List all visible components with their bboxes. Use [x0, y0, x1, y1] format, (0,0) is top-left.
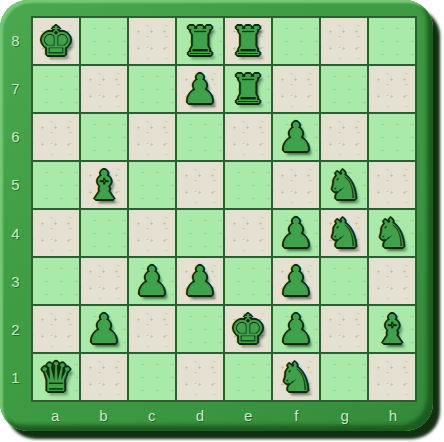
- square-g8[interactable]: [321, 18, 367, 64]
- square-e5[interactable]: [225, 162, 271, 208]
- piece-king-a8[interactable]: ♚: [38, 18, 74, 64]
- square-b3[interactable]: [81, 258, 127, 304]
- square-h3[interactable]: [369, 258, 415, 304]
- square-f2[interactable]: ♟: [273, 306, 319, 352]
- piece-knight-g5[interactable]: ♞: [326, 162, 362, 208]
- piece-pawn-f4[interactable]: ♟: [278, 210, 314, 256]
- square-e6[interactable]: [225, 114, 271, 160]
- square-b8[interactable]: [81, 18, 127, 64]
- file-label-d: d: [176, 402, 224, 429]
- file-label-g: g: [321, 402, 369, 429]
- file-label-e: e: [224, 402, 272, 429]
- square-c1[interactable]: [129, 354, 175, 400]
- square-f3[interactable]: ♟: [273, 258, 319, 304]
- square-f7[interactable]: [273, 66, 319, 112]
- piece-rook-d8[interactable]: ♜: [182, 18, 218, 64]
- rank-label-8: 8: [0, 16, 31, 64]
- square-g2[interactable]: [321, 306, 367, 352]
- square-d7[interactable]: ♟: [177, 66, 223, 112]
- square-d6[interactable]: [177, 114, 223, 160]
- piece-rook-e7[interactable]: ♜: [230, 66, 266, 112]
- square-c6[interactable]: [129, 114, 175, 160]
- square-g5[interactable]: ♞: [321, 162, 367, 208]
- square-h8[interactable]: [369, 18, 415, 64]
- square-h6[interactable]: [369, 114, 415, 160]
- square-d3[interactable]: ♟: [177, 258, 223, 304]
- board: ♚♜♜♟♜♟♝♞♟♞♞♟♟♟♟♚♟♝♛♞: [31, 16, 417, 402]
- square-b7[interactable]: [81, 66, 127, 112]
- piece-rook-e8[interactable]: ♜: [230, 18, 266, 64]
- square-d2[interactable]: [177, 306, 223, 352]
- file-label-b: b: [79, 402, 127, 429]
- piece-bishop-h2[interactable]: ♝: [374, 306, 410, 352]
- square-g1[interactable]: [321, 354, 367, 400]
- square-c8[interactable]: [129, 18, 175, 64]
- square-b1[interactable]: [81, 354, 127, 400]
- rank-label-7: 7: [0, 64, 31, 112]
- file-label-f: f: [272, 402, 320, 429]
- rank-label-2: 2: [0, 306, 31, 354]
- square-c3[interactable]: ♟: [129, 258, 175, 304]
- square-h1[interactable]: [369, 354, 415, 400]
- piece-knight-f1[interactable]: ♞: [278, 354, 314, 400]
- piece-bishop-b5[interactable]: ♝: [86, 162, 122, 208]
- square-a3[interactable]: [33, 258, 79, 304]
- square-f1[interactable]: ♞: [273, 354, 319, 400]
- file-label-h: h: [369, 402, 417, 429]
- square-g3[interactable]: [321, 258, 367, 304]
- piece-pawn-d3[interactable]: ♟: [182, 258, 218, 304]
- square-b4[interactable]: [81, 210, 127, 256]
- square-g7[interactable]: [321, 66, 367, 112]
- piece-pawn-f3[interactable]: ♟: [278, 258, 314, 304]
- square-a2[interactable]: [33, 306, 79, 352]
- square-h2[interactable]: ♝: [369, 306, 415, 352]
- piece-pawn-f2[interactable]: ♟: [278, 306, 314, 352]
- piece-queen-a1[interactable]: ♛: [38, 354, 74, 400]
- square-e1[interactable]: [225, 354, 271, 400]
- square-a5[interactable]: [33, 162, 79, 208]
- square-a8[interactable]: ♚: [33, 18, 79, 64]
- square-a7[interactable]: [33, 66, 79, 112]
- file-labels: abcdefgh: [31, 402, 417, 429]
- square-g4[interactable]: ♞: [321, 210, 367, 256]
- square-d5[interactable]: [177, 162, 223, 208]
- square-c7[interactable]: [129, 66, 175, 112]
- square-c5[interactable]: [129, 162, 175, 208]
- square-a4[interactable]: [33, 210, 79, 256]
- square-e7[interactable]: ♜: [225, 66, 271, 112]
- square-a6[interactable]: [33, 114, 79, 160]
- square-d4[interactable]: [177, 210, 223, 256]
- piece-king-e2[interactable]: ♚: [230, 306, 266, 352]
- rank-label-5: 5: [0, 161, 31, 209]
- piece-pawn-c3[interactable]: ♟: [134, 258, 170, 304]
- piece-pawn-d7[interactable]: ♟: [182, 66, 218, 112]
- square-c2[interactable]: [129, 306, 175, 352]
- rank-label-4: 4: [0, 209, 31, 257]
- file-label-a: a: [31, 402, 79, 429]
- square-c4[interactable]: [129, 210, 175, 256]
- square-b6[interactable]: [81, 114, 127, 160]
- square-e8[interactable]: ♜: [225, 18, 271, 64]
- square-b2[interactable]: ♟: [81, 306, 127, 352]
- square-f8[interactable]: [273, 18, 319, 64]
- square-e2[interactable]: ♚: [225, 306, 271, 352]
- square-e4[interactable]: [225, 210, 271, 256]
- square-g6[interactable]: [321, 114, 367, 160]
- square-d1[interactable]: [177, 354, 223, 400]
- square-f6[interactable]: ♟: [273, 114, 319, 160]
- square-d8[interactable]: ♜: [177, 18, 223, 64]
- square-e3[interactable]: [225, 258, 271, 304]
- rank-label-1: 1: [0, 354, 31, 402]
- square-f4[interactable]: ♟: [273, 210, 319, 256]
- rank-labels: 87654321: [0, 16, 31, 402]
- piece-knight-g4[interactable]: ♞: [326, 210, 362, 256]
- square-b5[interactable]: ♝: [81, 162, 127, 208]
- piece-knight-h4[interactable]: ♞: [374, 210, 410, 256]
- square-h5[interactable]: [369, 162, 415, 208]
- rank-label-6: 6: [0, 113, 31, 161]
- square-h4[interactable]: ♞: [369, 210, 415, 256]
- square-a1[interactable]: ♛: [33, 354, 79, 400]
- rank-label-3: 3: [0, 257, 31, 305]
- piece-pawn-f6[interactable]: ♟: [278, 114, 314, 160]
- piece-pawn-b2[interactable]: ♟: [86, 306, 122, 352]
- square-h7[interactable]: [369, 66, 415, 112]
- file-label-c: c: [128, 402, 176, 429]
- square-f5[interactable]: [273, 162, 319, 208]
